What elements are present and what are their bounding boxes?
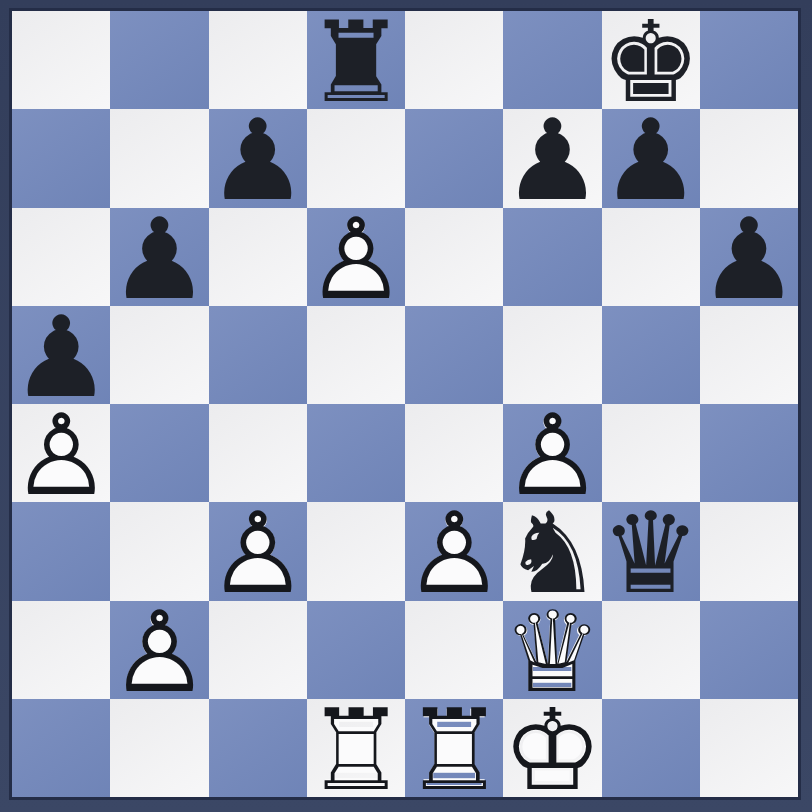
square-h2[interactable]: [700, 601, 798, 699]
square-b3[interactable]: [110, 502, 208, 600]
chess-board: ♜♚♟♟♟♟♟♙♟♟♟♙♟♙♟♙♟♙♞♛♟♙♛♕♜♖♜♖♚♔: [12, 11, 798, 797]
square-f2[interactable]: ♛♕: [503, 601, 601, 699]
square-h4[interactable]: [700, 404, 798, 502]
piece-white-pawn[interactable]: ♟♙: [110, 603, 208, 701]
square-d6[interactable]: ♟♙: [307, 208, 405, 306]
white-piece-fill-glyph: ♟: [505, 407, 600, 502]
square-d2[interactable]: [307, 601, 405, 699]
black-piece-glyph: ♜: [307, 13, 405, 111]
square-b6[interactable]: ♟: [110, 208, 208, 306]
white-piece-fill-glyph: ♟: [210, 506, 305, 601]
square-a8[interactable]: [12, 11, 110, 109]
square-g8[interactable]: ♚: [602, 11, 700, 109]
square-g3[interactable]: ♛: [602, 502, 700, 600]
square-f4[interactable]: ♟♙: [503, 404, 601, 502]
square-g5[interactable]: [602, 306, 700, 404]
square-b5[interactable]: [110, 306, 208, 404]
square-f7[interactable]: ♟: [503, 109, 601, 207]
square-c4[interactable]: [209, 404, 307, 502]
white-piece-outline-glyph: ♙: [12, 406, 110, 504]
black-piece-glyph: ♟: [110, 210, 208, 308]
black-piece-glyph: ♟: [700, 210, 798, 308]
square-e6[interactable]: [405, 208, 503, 306]
square-f5[interactable]: [503, 306, 601, 404]
square-c6[interactable]: [209, 208, 307, 306]
white-piece-outline-glyph: ♙: [503, 406, 601, 504]
square-f8[interactable]: [503, 11, 601, 109]
piece-black-pawn[interactable]: ♟: [602, 111, 700, 209]
piece-white-pawn[interactable]: ♟♙: [503, 406, 601, 504]
square-f3[interactable]: ♞: [503, 502, 601, 600]
square-a1[interactable]: [12, 699, 110, 797]
black-piece-glyph: ♟: [209, 111, 307, 209]
square-d5[interactable]: [307, 306, 405, 404]
square-d8[interactable]: ♜: [307, 11, 405, 109]
piece-black-pawn[interactable]: ♟: [503, 111, 601, 209]
square-a2[interactable]: [12, 601, 110, 699]
square-g7[interactable]: ♟: [602, 109, 700, 207]
square-b2[interactable]: ♟♙: [110, 601, 208, 699]
piece-white-rook[interactable]: ♜♖: [307, 701, 405, 799]
white-piece-outline-glyph: ♕: [503, 603, 601, 701]
square-e4[interactable]: [405, 404, 503, 502]
black-piece-glyph: ♛: [602, 504, 700, 602]
square-e2[interactable]: [405, 601, 503, 699]
square-a5[interactable]: ♟: [12, 306, 110, 404]
square-d7[interactable]: [307, 109, 405, 207]
square-e5[interactable]: [405, 306, 503, 404]
black-piece-glyph: ♟: [602, 111, 700, 209]
white-piece-outline-glyph: ♖: [405, 701, 503, 799]
piece-black-pawn[interactable]: ♟: [110, 210, 208, 308]
piece-black-rook[interactable]: ♜: [307, 13, 405, 111]
square-f6[interactable]: [503, 208, 601, 306]
square-d1[interactable]: ♜♖: [307, 699, 405, 797]
square-g4[interactable]: [602, 404, 700, 502]
square-c5[interactable]: [209, 306, 307, 404]
square-h8[interactable]: [700, 11, 798, 109]
square-a3[interactable]: [12, 502, 110, 600]
square-a6[interactable]: [12, 208, 110, 306]
square-b4[interactable]: [110, 404, 208, 502]
white-piece-fill-glyph: ♟: [308, 211, 403, 306]
piece-black-pawn[interactable]: ♟: [209, 111, 307, 209]
piece-white-pawn[interactable]: ♟♙: [405, 504, 503, 602]
piece-white-pawn[interactable]: ♟♙: [12, 406, 110, 504]
square-g1[interactable]: [602, 699, 700, 797]
white-piece-outline-glyph: ♖: [307, 701, 405, 799]
black-piece-glyph: ♚: [602, 13, 700, 111]
square-h3[interactable]: [700, 502, 798, 600]
square-e8[interactable]: [405, 11, 503, 109]
piece-black-queen[interactable]: ♛: [602, 504, 700, 602]
piece-black-pawn[interactable]: ♟: [12, 308, 110, 406]
white-piece-fill-glyph: ♛: [505, 604, 600, 699]
square-c3[interactable]: ♟♙: [209, 502, 307, 600]
square-e7[interactable]: [405, 109, 503, 207]
square-h5[interactable]: [700, 306, 798, 404]
square-b7[interactable]: [110, 109, 208, 207]
white-piece-fill-glyph: ♟: [112, 604, 207, 699]
square-a4[interactable]: ♟♙: [12, 404, 110, 502]
square-a7[interactable]: [12, 109, 110, 207]
square-c1[interactable]: [209, 699, 307, 797]
white-piece-outline-glyph: ♙: [209, 504, 307, 602]
square-b1[interactable]: [110, 699, 208, 797]
piece-white-king[interactable]: ♚♔: [503, 701, 601, 799]
piece-black-knight[interactable]: ♞: [503, 504, 601, 602]
white-piece-fill-glyph: ♜: [308, 702, 403, 797]
square-e1[interactable]: ♜♖: [405, 699, 503, 797]
white-piece-outline-glyph: ♙: [110, 603, 208, 701]
square-c7[interactable]: ♟: [209, 109, 307, 207]
piece-white-rook[interactable]: ♜♖: [405, 701, 503, 799]
white-piece-fill-glyph: ♟: [13, 407, 108, 502]
piece-black-king[interactable]: ♚: [602, 13, 700, 111]
square-g6[interactable]: [602, 208, 700, 306]
white-piece-outline-glyph: ♔: [503, 701, 601, 799]
square-b8[interactable]: [110, 11, 208, 109]
square-h7[interactable]: [700, 109, 798, 207]
white-piece-outline-glyph: ♙: [405, 504, 503, 602]
piece-white-pawn[interactable]: ♟♙: [209, 504, 307, 602]
black-piece-glyph: ♟: [503, 111, 601, 209]
square-h6[interactable]: ♟: [700, 208, 798, 306]
square-e3[interactable]: ♟♙: [405, 502, 503, 600]
white-piece-fill-glyph: ♜: [406, 702, 501, 797]
square-c8[interactable]: [209, 11, 307, 109]
white-piece-outline-glyph: ♙: [307, 210, 405, 308]
square-c2[interactable]: [209, 601, 307, 699]
square-g2[interactable]: [602, 601, 700, 699]
square-h1[interactable]: [700, 699, 798, 797]
square-d4[interactable]: [307, 404, 405, 502]
white-piece-fill-glyph: ♚: [505, 702, 600, 797]
piece-black-pawn[interactable]: ♟: [700, 210, 798, 308]
square-d3[interactable]: [307, 502, 405, 600]
black-piece-glyph: ♟: [12, 308, 110, 406]
chess-board-frame: ♜♚♟♟♟♟♟♙♟♟♟♙♟♙♟♙♟♙♞♛♟♙♛♕♜♖♜♖♚♔: [0, 0, 812, 812]
piece-white-queen[interactable]: ♛♕: [503, 603, 601, 701]
piece-white-pawn[interactable]: ♟♙: [307, 210, 405, 308]
black-piece-glyph: ♞: [503, 504, 601, 602]
white-piece-fill-glyph: ♟: [406, 506, 501, 601]
square-f1[interactable]: ♚♔: [503, 699, 601, 797]
